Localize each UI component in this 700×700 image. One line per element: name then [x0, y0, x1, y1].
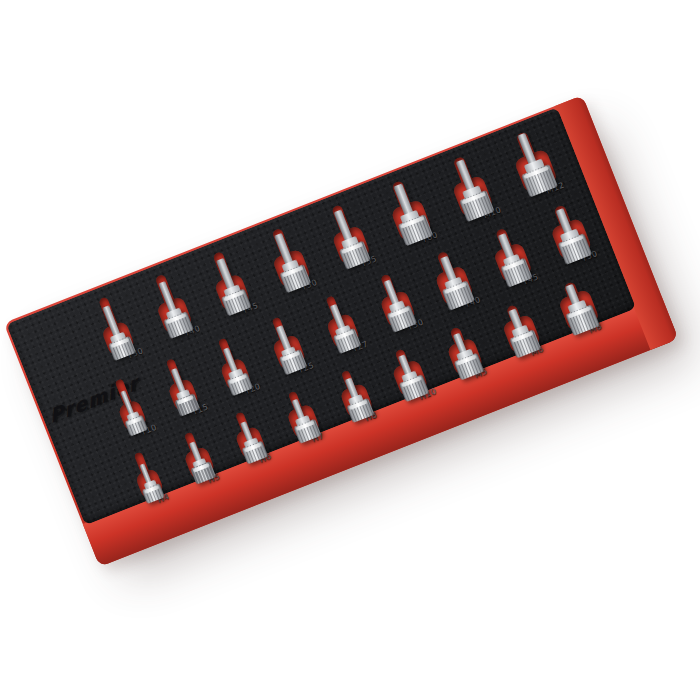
foam-cutout	[211, 334, 252, 391]
foam-cutout	[543, 200, 592, 260]
socket-slot: H6	[228, 409, 267, 461]
socket-slot: H5	[177, 429, 216, 481]
socket-slot: H8	[333, 367, 374, 419]
socket-bit	[455, 159, 474, 191]
socket-slot: T45	[204, 248, 251, 312]
socket-bit	[208, 255, 252, 316]
socket-slot: T55	[322, 201, 371, 266]
foam-cutout	[553, 278, 600, 333]
socket-slot: T30	[90, 293, 135, 356]
foam-cutout	[280, 388, 321, 440]
foam-cutout	[263, 313, 306, 371]
foam-cutout	[90, 293, 135, 356]
socket-bit	[375, 277, 417, 333]
socket-slot: T60	[382, 176, 433, 242]
socket-slot: T50	[262, 224, 311, 289]
socket-slot: T27	[317, 292, 360, 350]
socket-slot: T20	[211, 334, 252, 391]
foam-cutout	[228, 409, 267, 461]
socket-bit	[445, 329, 485, 380]
foam-cutout	[333, 367, 374, 419]
foam-cutout	[496, 301, 541, 355]
socket-slot: M5	[441, 323, 484, 376]
socket-bit	[182, 438, 217, 484]
socket-bit	[216, 258, 234, 290]
foam-cutout	[428, 247, 475, 306]
foam-cutout	[177, 429, 216, 481]
socket-slot: T25	[263, 313, 306, 371]
socket-slot: T50	[543, 200, 592, 260]
socket-bit	[546, 204, 592, 265]
socket-bit	[446, 156, 495, 222]
foam-cutout	[262, 224, 311, 289]
socket-bit	[322, 301, 361, 354]
foam-cutout	[505, 127, 558, 194]
socket-slot: T45	[485, 224, 532, 283]
socket-slot: H4	[127, 449, 164, 500]
socket-bit	[325, 206, 371, 270]
foam-cutout	[317, 292, 360, 350]
socket-bit	[150, 278, 194, 339]
socket-slot: T15	[158, 355, 199, 412]
socket-bit	[103, 305, 121, 336]
socket-slot: T30	[371, 270, 416, 329]
socket-bit	[268, 322, 307, 375]
foam-cutout	[382, 176, 433, 242]
foam-cutout	[146, 271, 193, 335]
socket-bit	[499, 305, 541, 358]
foam-cutout	[386, 345, 429, 398]
foam-cutout	[127, 449, 164, 500]
foam-tray: Premier T30T40T45T50T55T60M10M12T10T15T2…	[4, 95, 679, 567]
foam-cutout	[443, 152, 494, 218]
socket-bit	[337, 375, 374, 423]
socket-bit	[507, 129, 558, 198]
socket-bit	[489, 229, 533, 287]
socket-slot: T40	[146, 271, 193, 335]
foam-cutout	[204, 248, 251, 312]
socket-bit	[158, 281, 176, 313]
foam-cutout	[441, 323, 484, 376]
socket-bit	[95, 302, 136, 361]
socket-bit	[233, 418, 268, 464]
socket-bit	[517, 133, 537, 165]
socket-bit	[274, 233, 293, 265]
socket-slot: T10	[108, 376, 147, 432]
foam-cutout	[108, 376, 147, 432]
socket-slot: M8	[553, 278, 600, 333]
socket-bit	[284, 396, 321, 444]
socket-bit	[334, 210, 353, 242]
socket-bit	[384, 180, 433, 246]
socket-bit	[133, 461, 165, 504]
socket-bit	[394, 184, 413, 216]
socket-bit	[390, 351, 430, 402]
socket-slot: T40	[428, 247, 475, 306]
photo-background: Premier T30T40T45T50T55T60M10M12T10T15T2…	[0, 0, 700, 700]
socket-bit	[114, 388, 148, 436]
socket-bit	[216, 345, 253, 396]
foam-cutout	[485, 224, 532, 283]
foam-cutout	[322, 201, 371, 266]
socket-bit	[556, 280, 600, 336]
socket-slot: H7	[280, 388, 321, 440]
socket-bit	[431, 252, 475, 310]
socket-slot: M6	[496, 301, 541, 355]
foam-cutout	[158, 355, 199, 412]
foam-cutout	[371, 270, 416, 329]
socket-bit	[164, 366, 201, 417]
socket-bit	[120, 391, 134, 416]
socket-bit	[266, 230, 312, 294]
socket-slot: H10	[386, 345, 429, 398]
socket-slot: M12	[505, 127, 558, 194]
socket-slot: M10	[443, 152, 494, 218]
